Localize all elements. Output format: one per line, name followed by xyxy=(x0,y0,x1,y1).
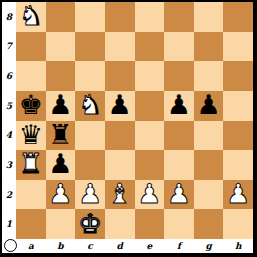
square-h3[interactable] xyxy=(223,150,253,180)
square-g5[interactable]: ♟ xyxy=(194,91,224,121)
square-b3[interactable]: ♟ xyxy=(46,150,76,180)
square-e1[interactable] xyxy=(135,209,165,239)
square-b6[interactable] xyxy=(46,61,76,91)
square-f2[interactable]: ♟ xyxy=(164,180,194,210)
square-a3[interactable]: ♜ xyxy=(16,150,46,180)
square-h7[interactable] xyxy=(223,32,253,62)
square-e2[interactable]: ♟ xyxy=(135,180,165,210)
white-king-c1: ♚ xyxy=(78,210,102,237)
square-c2[interactable]: ♟ xyxy=(75,180,105,210)
square-f7[interactable] xyxy=(164,32,194,62)
black-rook-b4: ♜ xyxy=(48,121,72,148)
rank-label-1: 1 xyxy=(2,209,16,239)
square-a5[interactable]: ♚ xyxy=(16,91,46,121)
square-f4[interactable] xyxy=(164,121,194,151)
square-c3[interactable] xyxy=(75,150,105,180)
square-g8[interactable] xyxy=(194,2,224,32)
file-label-a: a xyxy=(16,239,46,253)
file-label-g: g xyxy=(194,239,224,253)
square-a8[interactable]: ♞ xyxy=(16,2,46,32)
square-h5[interactable] xyxy=(223,91,253,121)
square-a1[interactable] xyxy=(16,209,46,239)
square-h2[interactable]: ♟ xyxy=(223,180,253,210)
square-f8[interactable] xyxy=(164,2,194,32)
square-e6[interactable] xyxy=(135,61,165,91)
square-e5[interactable] xyxy=(135,91,165,121)
square-a7[interactable] xyxy=(16,32,46,62)
square-a4[interactable]: ♛ xyxy=(16,121,46,151)
square-d3[interactable] xyxy=(105,150,135,180)
square-d6[interactable] xyxy=(105,61,135,91)
black-king-a5: ♚ xyxy=(19,91,43,118)
square-c4[interactable] xyxy=(75,121,105,151)
square-c7[interactable] xyxy=(75,32,105,62)
white-pawn-b2: ♟ xyxy=(48,180,72,207)
square-b4[interactable]: ♜ xyxy=(46,121,76,151)
square-c1[interactable]: ♚ xyxy=(75,209,105,239)
white-pawn-f2: ♟ xyxy=(167,180,191,207)
white-knight-a8: ♞ xyxy=(19,2,43,29)
square-g3[interactable] xyxy=(194,150,224,180)
rank-label-8: 8 xyxy=(2,2,16,32)
rank-labels: 87654321 xyxy=(2,2,16,239)
side-to-move-indicator xyxy=(4,239,17,252)
square-g2[interactable] xyxy=(194,180,224,210)
square-e4[interactable] xyxy=(135,121,165,151)
file-label-f: f xyxy=(164,239,194,253)
rank-label-2: 2 xyxy=(2,180,16,210)
square-f3[interactable] xyxy=(164,150,194,180)
square-d4[interactable] xyxy=(105,121,135,151)
square-b1[interactable] xyxy=(46,209,76,239)
square-e7[interactable] xyxy=(135,32,165,62)
square-f1[interactable] xyxy=(164,209,194,239)
square-h1[interactable] xyxy=(223,209,253,239)
square-d5[interactable]: ♟ xyxy=(105,91,135,121)
square-c5[interactable]: ♞ xyxy=(75,91,105,121)
square-e8[interactable] xyxy=(135,2,165,32)
white-knight-c5: ♞ xyxy=(78,91,102,118)
square-h6[interactable] xyxy=(223,61,253,91)
black-pawn-f5: ♟ xyxy=(167,91,191,118)
square-b8[interactable] xyxy=(46,2,76,32)
file-labels: abcdefgh xyxy=(16,239,253,253)
board: ♞♚♟♞♟♟♟♛♜♜♟♟♟♝♟♟♟♚ xyxy=(16,2,253,239)
rank-label-6: 6 xyxy=(2,61,16,91)
rank-label-7: 7 xyxy=(2,32,16,62)
rank-label-5: 5 xyxy=(2,91,16,121)
chess-diagram: 87654321 ♞♚♟♞♟♟♟♛♜♜♟♟♟♝♟♟♟♚ abcdefgh xyxy=(0,0,257,257)
white-pawn-c2: ♟ xyxy=(78,180,102,207)
square-d2[interactable]: ♝ xyxy=(105,180,135,210)
square-e3[interactable] xyxy=(135,150,165,180)
square-f6[interactable] xyxy=(164,61,194,91)
rank-label-4: 4 xyxy=(2,121,16,151)
square-c8[interactable] xyxy=(75,2,105,32)
square-c6[interactable] xyxy=(75,61,105,91)
file-label-c: c xyxy=(75,239,105,253)
square-g4[interactable] xyxy=(194,121,224,151)
white-pawn-h2: ♟ xyxy=(226,180,250,207)
square-d8[interactable] xyxy=(105,2,135,32)
square-b7[interactable] xyxy=(46,32,76,62)
square-d7[interactable] xyxy=(105,32,135,62)
square-d1[interactable] xyxy=(105,209,135,239)
black-pawn-b5: ♟ xyxy=(48,91,72,118)
square-g6[interactable] xyxy=(194,61,224,91)
file-label-h: h xyxy=(223,239,253,253)
white-rook-a3: ♜ xyxy=(19,150,43,177)
square-g1[interactable] xyxy=(194,209,224,239)
square-h8[interactable] xyxy=(223,2,253,32)
file-label-e: e xyxy=(135,239,165,253)
file-label-d: d xyxy=(105,239,135,253)
square-b5[interactable]: ♟ xyxy=(46,91,76,121)
white-pawn-e2: ♟ xyxy=(137,180,161,207)
square-h4[interactable] xyxy=(223,121,253,151)
square-f5[interactable]: ♟ xyxy=(164,91,194,121)
square-b2[interactable]: ♟ xyxy=(46,180,76,210)
white-bishop-d2: ♝ xyxy=(108,180,132,207)
file-label-b: b xyxy=(46,239,76,253)
black-pawn-d5: ♟ xyxy=(108,91,132,118)
square-a6[interactable] xyxy=(16,61,46,91)
black-queen-a4: ♛ xyxy=(19,121,43,148)
black-pawn-b3: ♟ xyxy=(48,150,72,177)
square-a2[interactable] xyxy=(16,180,46,210)
black-pawn-g5: ♟ xyxy=(196,91,220,118)
rank-label-3: 3 xyxy=(2,150,16,180)
square-g7[interactable] xyxy=(194,32,224,62)
